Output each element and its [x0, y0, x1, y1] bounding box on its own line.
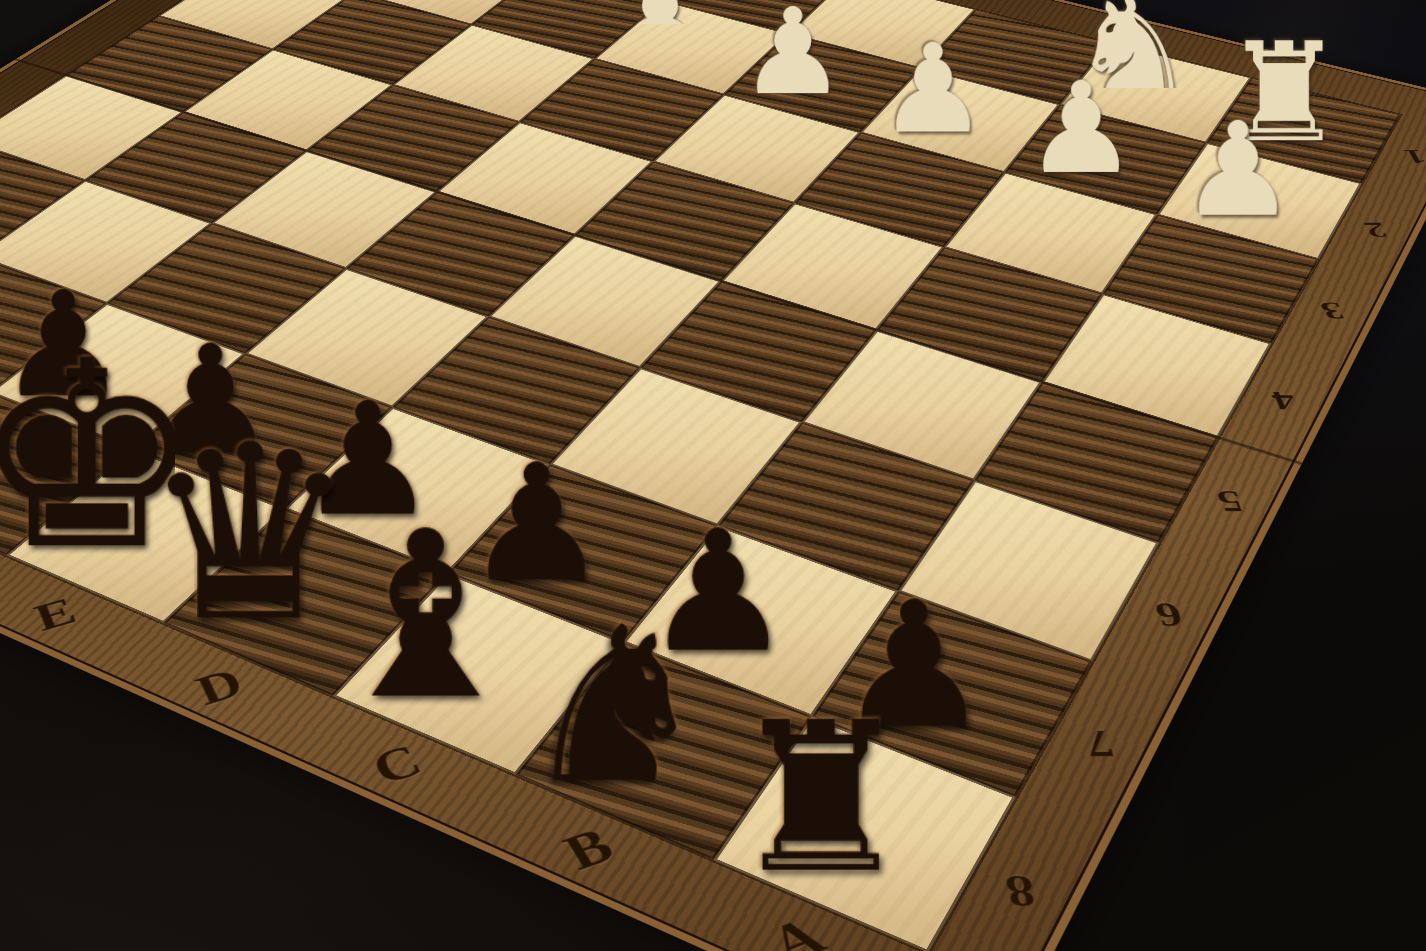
- chessboard: ♜♞♝♚♛♝♞♜♟♟♟♟♟♟♟♟♟♟♟♟♟♟♟♟♜♞♝♚♛♝♞♜ ABCDEFG…: [0, 0, 1426, 951]
- piece-black-knight-b8[interactable]: ♞: [519, 598, 712, 813]
- piece-white-pawn-d2[interactable]: ♟: [739, 0, 846, 112]
- piece-white-pawn-e2[interactable]: ♟: [608, 0, 712, 75]
- photo-canvas: ♜♞♝♚♛♝♞♜♟♟♟♟♟♟♟♟♟♟♟♟♟♟♟♟♜♞♝♚♛♝♞♜ ABCDEFG…: [0, 0, 1426, 951]
- piece-white-pawn-c2[interactable]: ♟: [878, 28, 988, 151]
- piece-white-pawn-f2[interactable]: ♟: [483, 0, 585, 40]
- piece-black-bishop-c8[interactable]: ♝: [322, 501, 529, 732]
- board-squares: ♜♞♝♚♛♝♞♜♟♟♟♟♟♟♟♟♟♟♟♟♟♟♟♟♜♞♝♚♛♝♞♜: [0, 0, 1400, 951]
- piece-white-pawn-a2[interactable]: ♟: [1180, 105, 1297, 235]
- piece-white-pawn-g2[interactable]: ♟: [365, 0, 464, 7]
- piece-black-rook-a8[interactable]: ♜: [728, 695, 913, 902]
- scene: ♜♞♝♚♛♝♞♜♟♟♟♟♟♟♟♟♟♟♟♟♟♟♟♟♜♞♝♚♛♝♞♜ ABCDEFG…: [0, 0, 1426, 951]
- piece-white-pawn-b2[interactable]: ♟: [1025, 65, 1138, 191]
